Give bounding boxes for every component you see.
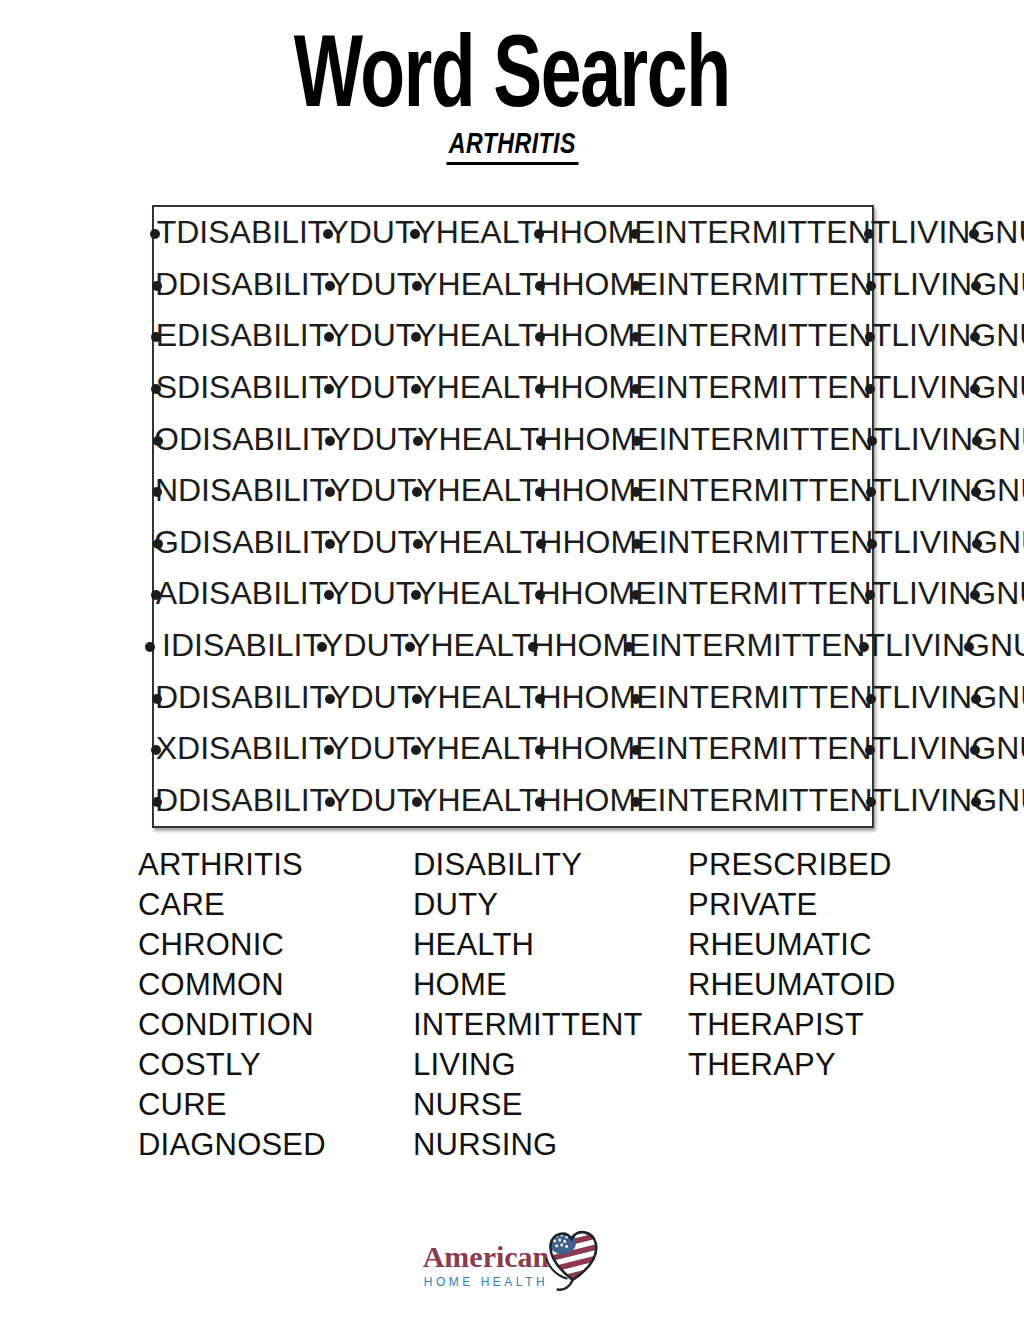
- word-list-item: NURSE: [996, 317, 1024, 354]
- grid-cell[interactable]: ODISABILITYDUTYHEALTHHOMEINTERMITTENTLIV…: [154, 413, 1024, 465]
- logo-text: American HOME HEALTH: [423, 1242, 550, 1289]
- word-list-item: DISABILITY: [413, 845, 643, 885]
- flag-heart-icon: [545, 1226, 601, 1294]
- page-title: Word Search: [0, 20, 1024, 122]
- word-list-item: COSTLY: [138, 1045, 326, 1085]
- word-list-item: DUTY: [351, 266, 438, 303]
- grid-cell[interactable]: EDISABILITYDUTYHEALTHHOMEINTERMITTENTLIV…: [154, 310, 1024, 362]
- word-list-item: DUTY: [350, 730, 437, 767]
- word-grid: TDISABILITYDUTYHEALTHHOMEINTERMITTENTLIV…: [152, 205, 874, 828]
- grid-cell[interactable]: DDISABILITYDUTYHEALTHHOMEINTERMITTENTLIV…: [154, 259, 1024, 311]
- word-list-item: CURE: [138, 1085, 326, 1125]
- word-list-item: HOME: [560, 214, 656, 251]
- word-list-item: DUTY: [351, 524, 438, 561]
- logo: American HOME HEALTH: [423, 1226, 602, 1294]
- grid-cell[interactable]: TDISABILITYDUTYHEALTHHOMEINTERMITTENTLIV…: [154, 207, 1024, 259]
- puzzle-theme-text: ARTHRITIS: [446, 127, 578, 165]
- word-list-item: INTERMITTENT: [658, 421, 893, 458]
- word-list-item: DUTY: [413, 885, 643, 925]
- word-list-item: LIVING: [413, 1045, 643, 1085]
- logo-brand-name: American: [423, 1242, 550, 1272]
- word-list-item: NURSE: [995, 214, 1024, 251]
- word-list-item: CARE: [138, 885, 326, 925]
- word-list-item: INTERMITTENT: [657, 266, 892, 303]
- word-list-item: NURSE: [997, 266, 1024, 303]
- word-list-item: NURSE: [996, 369, 1024, 406]
- word-list-column-1: ARTHRITISCARECHRONICCOMMONCONDITIONCOSTL…: [138, 845, 326, 1165]
- word-list-item: NURSE: [997, 472, 1024, 509]
- grid-cell[interactable]: NDISABILITYDUTYHEALTHHOMEINTERMITTENTLIV…: [154, 465, 1024, 517]
- word-list-item: INTERMITTENT: [657, 575, 892, 612]
- word-list-item: HOME: [561, 472, 657, 509]
- word-list-item: DIAGNOSED: [138, 1125, 326, 1165]
- word-list-item: INTERMITTENT: [413, 1005, 643, 1045]
- word-list-item: NURSE: [413, 1085, 643, 1125]
- word-list-item: INTERMITTENT: [657, 317, 892, 354]
- word-list-item: DUTY: [351, 472, 438, 509]
- word-list-item: INTERMITTENT: [657, 369, 892, 406]
- word-list-item: NURSE: [997, 782, 1024, 819]
- word-list-item: HEALTH: [413, 925, 643, 965]
- word-list-item: THERAPY: [688, 1045, 896, 1085]
- grid-cell[interactable]: SDISABILITYDUTYHEALTHHOMEINTERMITTENTLIV…: [154, 362, 1024, 414]
- grid-cell[interactable]: ADISABILITYDUTYHEALTHHOMEINTERMITTENTLIV…: [154, 568, 1024, 620]
- word-list-item: HOME: [562, 421, 658, 458]
- grid-cell[interactable]: GDISABILITYDUTYHEALTHHOMEINTERMITTENTLIV…: [154, 516, 1024, 568]
- word-list-item: HOME: [561, 730, 657, 767]
- word-list-item: RHEUMATIC: [688, 925, 896, 965]
- grid-cell[interactable]: XDISABILITYDUTYHEALTHHOMEINTERMITTENTLIV…: [154, 723, 1024, 775]
- word-list-item: NURSE: [996, 575, 1024, 612]
- word-list-item: NURSE: [998, 524, 1024, 561]
- word-list-item: DUTY: [343, 627, 430, 664]
- word-list-item: ARTHRITIS: [138, 845, 326, 885]
- word-list-item: NURSE: [996, 730, 1024, 767]
- word-list-item: HOME: [561, 575, 657, 612]
- word-list-item: NURSE: [990, 627, 1024, 664]
- word-list-item: HOME: [561, 317, 657, 354]
- word-list-column-3: PRESCRIBEDPRIVATERHEUMATICRHEUMATOIDTHER…: [688, 845, 896, 1085]
- word-list-item: HOME: [562, 524, 658, 561]
- grid-cell[interactable]: DDISABILITYDUTYHEALTHHOMEINTERMITTENTLIV…: [154, 774, 1024, 826]
- word-list-item: NURSING: [413, 1125, 643, 1165]
- word-list-item: INTERMITTENT: [657, 730, 892, 767]
- page-title-text: Word Search: [294, 20, 730, 122]
- word-list-item: DUTY: [349, 214, 436, 251]
- word-list-item: NURSE: [998, 421, 1024, 458]
- word-list-item: DUTY: [351, 782, 438, 819]
- word-list-item: INTERMITTENT: [657, 679, 892, 716]
- word-list-item: CHRONIC: [138, 925, 326, 965]
- word-list-item: DUTY: [350, 317, 437, 354]
- word-list-item: PRESCRIBED: [688, 845, 896, 885]
- word-list-item: INTERMITTENT: [650, 627, 885, 664]
- grid-cell[interactable]: IDISABILITYDUTYHEALTHHOMEINTERMITTENTLIV…: [154, 620, 1024, 672]
- word-list-item: COMMON: [138, 965, 326, 1005]
- word-list-item: INTERMITTENT: [656, 214, 891, 251]
- word-list-item: CONDITION: [138, 1005, 326, 1045]
- word-list-item: HOME: [561, 679, 657, 716]
- word-list-item: INTERMITTENT: [658, 524, 893, 561]
- word-list-item: DUTY: [351, 421, 438, 458]
- word-list-item: INTERMITTENT: [657, 472, 892, 509]
- grid-cell[interactable]: DDISABILITYDUTYHEALTHHOMEINTERMITTENTLIV…: [154, 671, 1024, 723]
- word-list-item: HOME: [561, 369, 657, 406]
- word-list-item: DUTY: [350, 369, 437, 406]
- word-list-item: HOME: [413, 965, 643, 1005]
- word-list-item: RHEUMATOID: [688, 965, 896, 1005]
- word-list-item: HOME: [561, 266, 657, 303]
- word-list-item: HOME: [561, 782, 657, 819]
- logo-tagline: HOME HEALTH: [423, 1275, 550, 1289]
- puzzle-theme: ARTHRITIS: [0, 127, 1024, 165]
- word-list-column-2: DISABILITYDUTYHEALTHHOMEINTERMITTENTLIVI…: [413, 845, 643, 1165]
- word-list-item: THERAPIST: [688, 1005, 896, 1045]
- word-list-item: DUTY: [350, 575, 437, 612]
- word-list-item: NURSE: [997, 679, 1024, 716]
- word-list-item: DUTY: [351, 679, 438, 716]
- word-list-item: HOME: [554, 627, 650, 664]
- word-list-item: PRIVATE: [688, 885, 896, 925]
- word-list-item: INTERMITTENT: [657, 782, 892, 819]
